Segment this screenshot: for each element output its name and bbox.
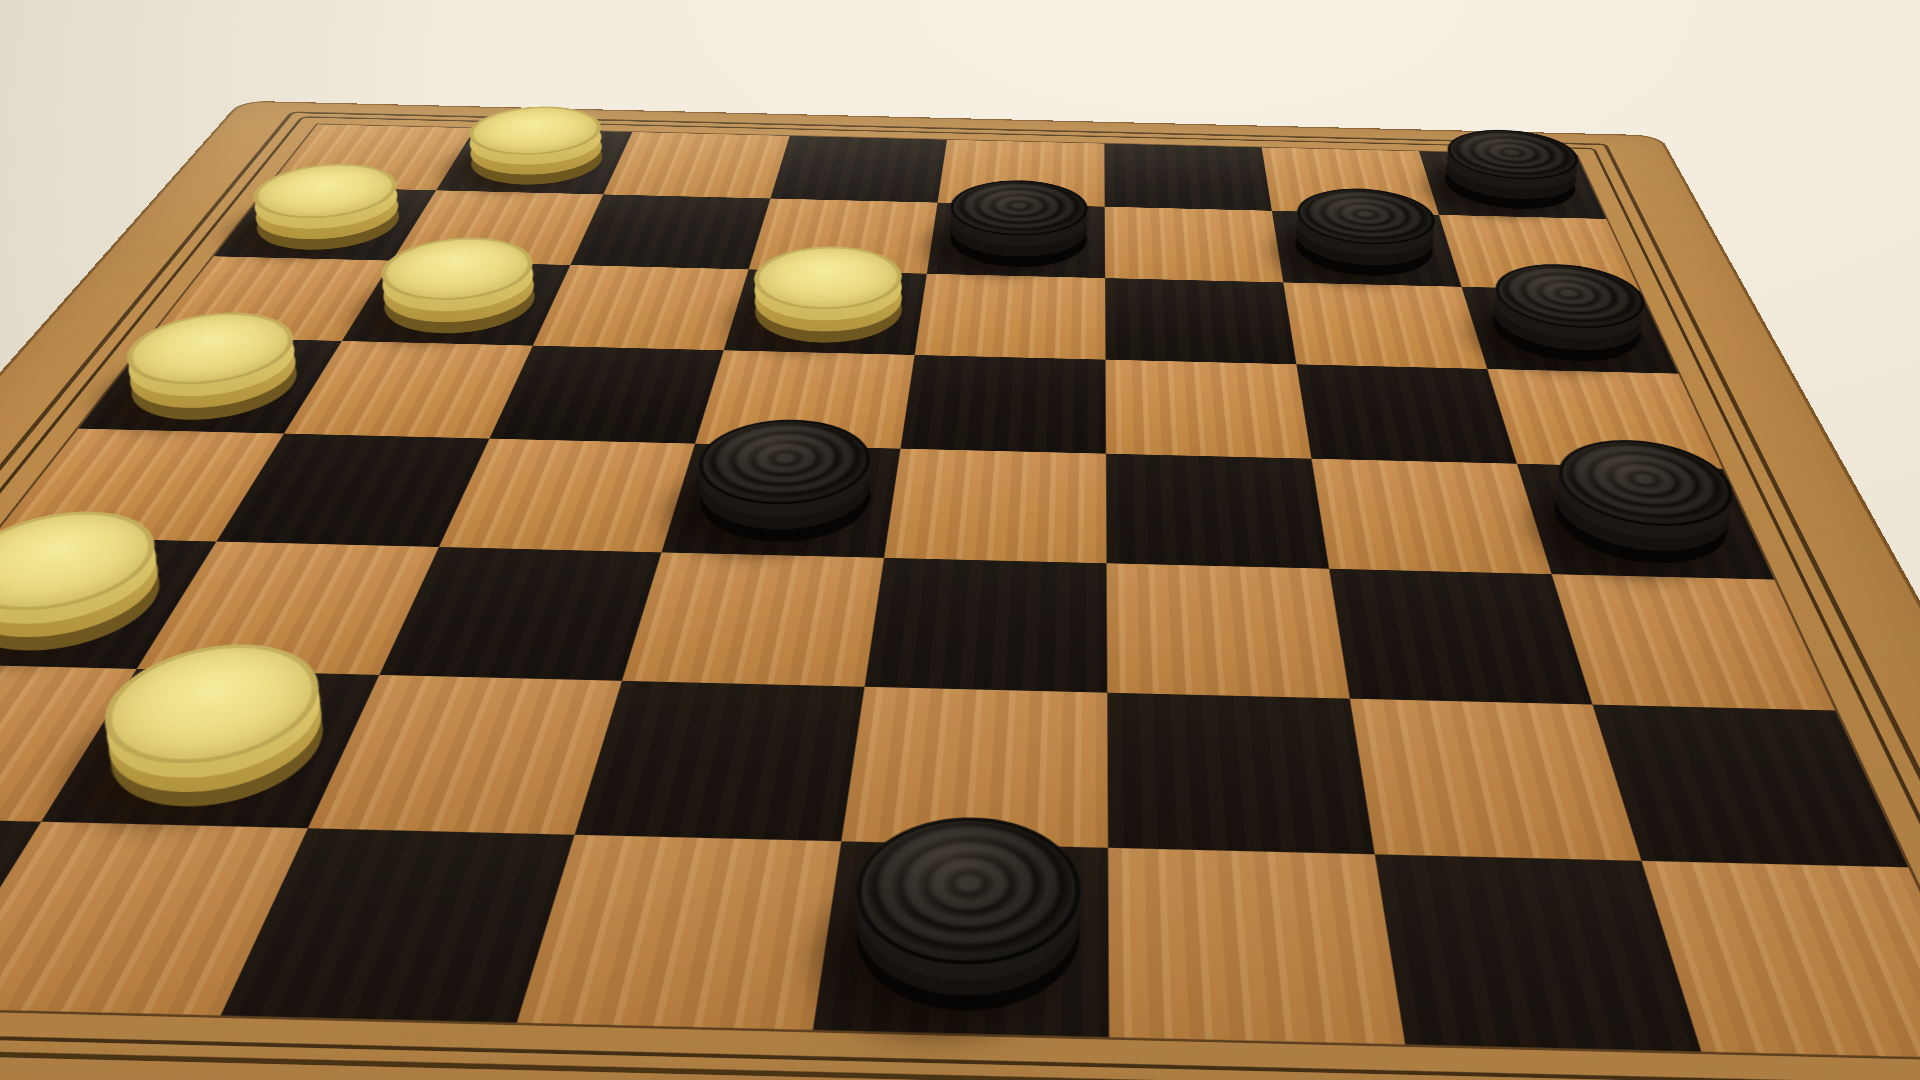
- square-c4r2[interactable]: [575, 681, 865, 841]
- checker-light-man-square1-c2r8[interactable]: [458, 135, 613, 187]
- square-c3r7[interactable]: [570, 194, 770, 269]
- square-c5r3[interactable]: [865, 558, 1108, 693]
- square-c6r6[interactable]: [1105, 278, 1296, 364]
- checker-dark-man-square12-c8r6[interactable]: [1483, 295, 1655, 364]
- square-c3r8[interactable]: [603, 132, 789, 198]
- square-c3r6[interactable]: [533, 265, 749, 350]
- square-c6r2[interactable]: [1107, 693, 1375, 855]
- square-c7r6[interactable]: [1283, 282, 1487, 369]
- checker-dark-man-square18-c4r4[interactable]: [688, 455, 877, 545]
- square-c7r5[interactable]: [1296, 364, 1517, 463]
- checkers-board[interactable]: [0, 101, 1920, 1080]
- checker-light-man-square9-c2r6[interactable]: [367, 269, 548, 336]
- square-c7r3[interactable]: [1329, 569, 1592, 705]
- checker-light-man-square10-c4r6[interactable]: [746, 278, 907, 346]
- square-c7r4[interactable]: [1311, 459, 1551, 574]
- square-c6r5[interactable]: [1105, 360, 1311, 459]
- camera-tilt-wrapper: [0, 0, 1920, 1080]
- photo-scene: [0, 0, 1920, 1080]
- square-c4r3[interactable]: [622, 552, 884, 686]
- checker-dark-man-square7-c5r7[interactable]: [946, 210, 1087, 270]
- square-c8r3[interactable]: [1552, 574, 1836, 710]
- square-c6r4[interactable]: [1106, 454, 1329, 569]
- square-c6r8[interactable]: [1104, 144, 1271, 211]
- square-c6r1[interactable]: [1108, 848, 1405, 1045]
- square-c5r5[interactable]: [900, 355, 1106, 454]
- square-c8r2[interactable]: [1592, 705, 1908, 868]
- square-c5r6[interactable]: [915, 274, 1106, 360]
- checker-dark-man-square8-c7r7[interactable]: [1290, 218, 1440, 278]
- square-c6r3[interactable]: [1107, 563, 1350, 698]
- square-c4r8[interactable]: [770, 136, 947, 203]
- checker-dark-man-square31-c5r1[interactable]: [847, 860, 1081, 1015]
- square-c3r5[interactable]: [489, 346, 723, 444]
- checker-dark-man-square4-c8r8[interactable]: [1437, 158, 1585, 212]
- square-c6r7[interactable]: [1105, 207, 1284, 283]
- square-c5r4[interactable]: [884, 449, 1107, 564]
- square-c4r1[interactable]: [517, 835, 842, 1030]
